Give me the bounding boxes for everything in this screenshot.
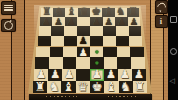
- square-c3[interactable]: [63, 57, 77, 68]
- square-d3[interactable]: [76, 57, 90, 68]
- square-h4[interactable]: [130, 47, 143, 58]
- square-d6[interactable]: [77, 26, 90, 36]
- board-rank-5: ♟: [38, 36, 143, 46]
- square-c5[interactable]: [64, 36, 77, 46]
- square-g2[interactable]: ♟: [118, 69, 132, 81]
- square-b2[interactable]: ♟: [48, 69, 62, 81]
- recents-square-icon[interactable]: [170, 16, 177, 23]
- square-h6[interactable]: [129, 26, 142, 36]
- black-pawn: ♟: [105, 17, 114, 27]
- black-rook: ♜: [42, 6, 51, 17]
- white-bishop: ♝: [106, 81, 117, 94]
- square-b6[interactable]: [51, 26, 64, 36]
- square-a5[interactable]: [38, 36, 51, 46]
- square-a3[interactable]: [35, 57, 49, 68]
- white-queen: ♛: [77, 81, 88, 94]
- square-e3[interactable]: [90, 57, 104, 68]
- square-b5[interactable]: [51, 36, 64, 46]
- white-pawn: ♟: [64, 69, 74, 81]
- square-d1[interactable]: ♛: [76, 81, 90, 94]
- square-d5[interactable]: ♟: [77, 36, 90, 46]
- square-h1[interactable]: ♜: [133, 81, 147, 94]
- square-g6[interactable]: [116, 26, 129, 36]
- square-e8[interactable]: ♚: [90, 8, 102, 17]
- white-pawn: ♟: [79, 47, 88, 58]
- square-h8[interactable]: ♜: [127, 8, 139, 17]
- black-pawn: ♟: [130, 17, 139, 27]
- android-nav-bar: ◁: [168, 0, 178, 100]
- black-pawn: ♟: [92, 17, 101, 27]
- square-g4[interactable]: [117, 47, 130, 58]
- white-rook: ♜: [134, 81, 145, 94]
- square-f1[interactable]: ♝: [104, 81, 118, 94]
- square-f7[interactable]: ♟: [103, 17, 116, 26]
- square-h5[interactable]: [129, 36, 142, 46]
- square-h2[interactable]: ♟: [132, 69, 146, 81]
- home-circle-icon[interactable]: [170, 48, 177, 55]
- square-g8[interactable]: ♞: [115, 8, 127, 17]
- black-pawn: ♟: [42, 17, 51, 27]
- square-f3[interactable]: [104, 57, 118, 68]
- move-hint-dot-e3[interactable]: [95, 61, 98, 64]
- black-pawn: ♟: [79, 36, 88, 46]
- white-knight: ♞: [49, 81, 60, 94]
- black-pawn: ♟: [117, 17, 126, 27]
- square-g3[interactable]: [117, 57, 131, 68]
- square-b8[interactable]: ♞: [53, 8, 65, 17]
- square-e2[interactable]: ♟: [90, 69, 104, 81]
- square-f2[interactable]: ♟: [104, 69, 118, 81]
- chess-board: ♜♞♝♛♚♝♞♜♟♟♟♟♟♟♟♟♟♟♟♟♟♟♟♟♜♞♝♛♚♝♞♜: [0, 0, 178, 100]
- square-g1[interactable]: ♞: [119, 81, 133, 94]
- square-f5[interactable]: [103, 36, 116, 46]
- square-a4[interactable]: [36, 47, 49, 58]
- white-pawn: ♟: [92, 69, 102, 81]
- square-d7[interactable]: [77, 17, 90, 26]
- board-rank-7: ♟♟♟♟♟♟♟: [40, 17, 141, 26]
- white-king: ♚: [92, 81, 103, 94]
- square-c2[interactable]: ♟: [62, 69, 76, 81]
- square-b1[interactable]: ♞: [47, 81, 61, 94]
- square-c6[interactable]: [64, 26, 77, 36]
- square-b7[interactable]: ♟: [52, 17, 65, 26]
- board-rank-1: ♜♞♝♛♚♝♞♜: [33, 81, 147, 94]
- square-g5[interactable]: [116, 36, 129, 46]
- square-e4[interactable]: [90, 47, 103, 58]
- white-pawn: ♟: [106, 69, 116, 81]
- black-pawn: ♟: [67, 17, 76, 27]
- board-rank-3: [35, 57, 144, 68]
- square-a2[interactable]: ♟: [34, 69, 48, 81]
- back-triangle-icon[interactable]: ◁: [170, 78, 175, 85]
- square-a6[interactable]: [39, 26, 52, 36]
- black-queen: ♛: [79, 6, 88, 17]
- board-rank-4: ♟: [36, 47, 143, 58]
- black-rook: ♜: [128, 6, 137, 17]
- black-bishop: ♝: [104, 6, 113, 17]
- square-b3[interactable]: [49, 57, 63, 68]
- black-bishop: ♝: [67, 6, 76, 17]
- square-c7[interactable]: ♟: [65, 17, 78, 26]
- square-a8[interactable]: ♜: [41, 8, 53, 17]
- square-a7[interactable]: ♟: [40, 17, 53, 26]
- square-d4[interactable]: ♟: [77, 47, 90, 58]
- square-e6[interactable]: [90, 26, 103, 36]
- white-rook: ♜: [34, 81, 45, 94]
- square-e7[interactable]: ♟: [90, 17, 103, 26]
- square-g7[interactable]: ♟: [115, 17, 128, 26]
- square-e5[interactable]: [90, 36, 103, 46]
- square-c4[interactable]: [63, 47, 76, 58]
- board-rank-8: ♜♞♝♛♚♝♞♜: [41, 8, 140, 17]
- square-b4[interactable]: [50, 47, 63, 58]
- square-d2[interactable]: [76, 69, 90, 81]
- square-c1[interactable]: ♝: [61, 81, 75, 94]
- white-pawn: ♟: [120, 69, 130, 81]
- square-f6[interactable]: [103, 26, 116, 36]
- white-bishop: ♝: [63, 81, 74, 94]
- white-pawn: ♟: [36, 69, 46, 81]
- board-rank-2: ♟♟♟♟♟♟♟: [34, 69, 146, 81]
- square-e1[interactable]: ♚: [90, 81, 104, 94]
- move-hint-dot-e4[interactable]: [95, 50, 98, 53]
- square-h3[interactable]: [131, 57, 145, 68]
- chess-app-screen: ♜♞♝♛♚♝♞♜♟♟♟♟♟♟♟♟♟♟♟♟♟♟♟♟♜♞♝♛♚♝♞♜ i ◁: [0, 0, 178, 100]
- black-king: ♚: [91, 6, 100, 17]
- white-pawn: ♟: [134, 69, 144, 81]
- square-f4[interactable]: [103, 47, 116, 58]
- white-knight: ♞: [120, 81, 131, 94]
- square-a1[interactable]: ♜: [33, 81, 47, 94]
- black-knight: ♞: [116, 6, 125, 17]
- square-f8[interactable]: ♝: [102, 8, 114, 17]
- black-knight: ♞: [55, 6, 64, 17]
- black-pawn: ♟: [54, 17, 63, 27]
- board-rank-6: [39, 26, 142, 36]
- white-pawn: ♟: [50, 69, 60, 81]
- square-d8[interactable]: ♛: [78, 8, 90, 17]
- square-h7[interactable]: ♟: [128, 17, 141, 26]
- square-c8[interactable]: ♝: [65, 8, 77, 17]
